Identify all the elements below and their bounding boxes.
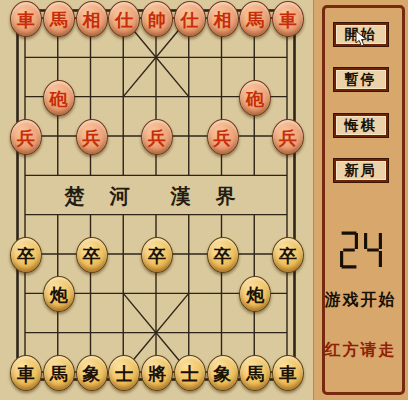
piece-black-將[interactable]: 將 (141, 355, 173, 391)
piece-black-炮[interactable]: 炮 (43, 276, 75, 312)
xiangqi-board: 楚 河 漢 界 車馬相仕帥仕相馬車砲砲兵兵兵兵兵卒卒卒卒卒炮炮車馬象士將士象馬車 (0, 0, 313, 400)
piece-glyph: 帥 (148, 11, 166, 29)
sidebar-frame (322, 5, 405, 395)
piece-glyph: 兵 (83, 129, 101, 147)
piece-black-卒[interactable]: 卒 (272, 237, 304, 273)
river-label-right: 漢 界 (168, 183, 248, 209)
piece-glyph: 炮 (50, 286, 68, 304)
piece-glyph: 砲 (246, 90, 264, 108)
piece-glyph: 相 (214, 11, 232, 29)
piece-red-仕[interactable]: 仕 (174, 1, 206, 37)
piece-glyph: 車 (17, 11, 35, 29)
piece-glyph: 相 (83, 11, 101, 29)
piece-glyph: 兵 (279, 129, 297, 147)
piece-glyph: 卒 (17, 247, 35, 265)
piece-red-帥[interactable]: 帥 (141, 1, 173, 37)
piece-glyph: 象 (83, 365, 101, 383)
new-game-button[interactable]: 新局 (334, 159, 388, 182)
piece-red-兵[interactable]: 兵 (141, 119, 173, 155)
piece-black-卒[interactable]: 卒 (207, 237, 239, 273)
piece-glyph: 兵 (17, 129, 35, 147)
piece-black-卒[interactable]: 卒 (141, 237, 173, 273)
piece-glyph: 兵 (214, 129, 232, 147)
piece-glyph: 象 (214, 365, 232, 383)
timer-display (339, 231, 382, 269)
piece-black-馬[interactable]: 馬 (43, 355, 75, 391)
timer-digit-4 (363, 231, 382, 269)
piece-glyph: 炮 (246, 286, 264, 304)
piece-black-馬[interactable]: 馬 (239, 355, 271, 391)
piece-glyph: 車 (279, 11, 297, 29)
piece-glyph: 仕 (115, 11, 133, 29)
piece-glyph: 車 (17, 365, 35, 383)
piece-black-象[interactable]: 象 (207, 355, 239, 391)
piece-red-兵[interactable]: 兵 (207, 119, 239, 155)
piece-red-馬[interactable]: 馬 (43, 1, 75, 37)
piece-glyph: 卒 (148, 247, 166, 265)
piece-red-相[interactable]: 相 (207, 1, 239, 37)
piece-glyph: 兵 (148, 129, 166, 147)
piece-glyph: 將 (148, 365, 166, 383)
piece-glyph: 馬 (246, 11, 264, 29)
board-grid (0, 0, 313, 400)
piece-black-卒[interactable]: 卒 (10, 237, 42, 273)
piece-glyph: 馬 (246, 365, 264, 383)
river-label-left: 楚 河 (62, 183, 142, 209)
piece-black-車[interactable]: 車 (10, 355, 42, 391)
piece-red-兵[interactable]: 兵 (272, 119, 304, 155)
piece-glyph: 砲 (50, 90, 68, 108)
piece-glyph: 卒 (83, 247, 101, 265)
piece-red-車[interactable]: 車 (10, 1, 42, 37)
piece-red-相[interactable]: 相 (76, 1, 108, 37)
piece-red-兵[interactable]: 兵 (10, 119, 42, 155)
piece-glyph: 士 (115, 365, 133, 383)
piece-red-車[interactable]: 車 (272, 1, 304, 37)
sidebar-panel: 開始 暫停 悔棋 新局 游戏开始 红方请走 (313, 0, 408, 400)
piece-glyph: 士 (181, 365, 199, 383)
pause-button[interactable]: 暫停 (334, 68, 388, 91)
piece-black-卒[interactable]: 卒 (76, 237, 108, 273)
piece-glyph: 卒 (279, 247, 297, 265)
piece-glyph: 卒 (214, 247, 232, 265)
piece-black-士[interactable]: 士 (174, 355, 206, 391)
piece-black-車[interactable]: 車 (272, 355, 304, 391)
piece-black-象[interactable]: 象 (76, 355, 108, 391)
timer-digit-2 (339, 231, 358, 269)
piece-glyph: 馬 (50, 11, 68, 29)
piece-glyph: 車 (279, 365, 297, 383)
piece-red-砲[interactable]: 砲 (43, 80, 75, 116)
piece-glyph: 仕 (181, 11, 199, 29)
piece-red-砲[interactable]: 砲 (239, 80, 271, 116)
start-button[interactable]: 開始 (334, 23, 388, 46)
undo-button[interactable]: 悔棋 (334, 114, 388, 137)
piece-black-士[interactable]: 士 (108, 355, 140, 391)
piece-red-兵[interactable]: 兵 (76, 119, 108, 155)
status-red-to-move: 红方请走 (313, 340, 408, 361)
piece-glyph: 馬 (50, 365, 68, 383)
status-game-started: 游戏开始 (313, 290, 408, 311)
